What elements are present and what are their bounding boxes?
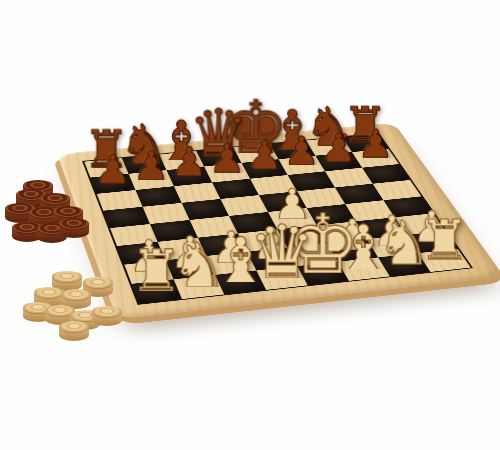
- checker-light[interactable]: [92, 306, 122, 326]
- product-photo: ♜♞♝♛♚♝♞♜♟♟♟♟♟♟♟♟♟♟♟♟♟♟♟♟♜♞♝♛♚♝♞♜: [0, 0, 500, 450]
- checker-light-top: [34, 287, 64, 298]
- checker-dark[interactable]: [59, 218, 89, 238]
- checker-dark-top: [59, 218, 89, 229]
- checker-light-top: [83, 277, 113, 288]
- checker-dark-top: [53, 206, 83, 217]
- chess-board: ♜♞♝♛♚♝♞♜♟♟♟♟♟♟♟♟♟♟♟♟♟♟♟♟♜♞♝♛♚♝♞♜: [57, 122, 500, 319]
- checker-light[interactable]: [59, 321, 89, 341]
- checker-light-top: [59, 321, 89, 332]
- pieces-layer: ♜♞♝♛♚♝♞♜♟♟♟♟♟♟♟♟♟♟♟♟♟♟♟♟♜♞♝♛♚♝♞♜: [57, 122, 500, 319]
- white-rook-glyph-icon: ♜: [131, 243, 183, 301]
- checker-light-top: [52, 271, 82, 282]
- checker-light-top: [92, 306, 122, 317]
- checker-light-top: [61, 289, 91, 300]
- checker-dark-top: [40, 193, 70, 204]
- piece-white-rook-a1[interactable]: ♜: [122, 171, 191, 291]
